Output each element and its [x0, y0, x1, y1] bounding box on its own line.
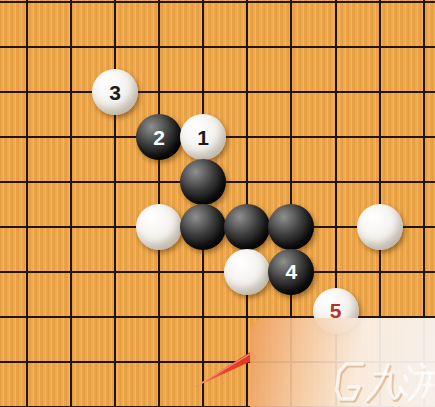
move-number-label: 4 [286, 261, 298, 282]
stone-white-move-1: 1 [180, 114, 226, 160]
move-number-label: 3 [109, 82, 121, 103]
watermark [331, 359, 435, 405]
stone-black-move-4: 4 [268, 249, 314, 295]
grid-line-horizontal [0, 271, 435, 273]
grid-line-vertical [114, 0, 116, 407]
grid-line-horizontal [0, 91, 435, 93]
stone-black [180, 159, 226, 205]
move-number-label: 1 [197, 127, 209, 148]
grid-line-vertical [70, 0, 72, 407]
stone-black-move-2: 2 [136, 114, 182, 160]
stone-black [180, 204, 226, 250]
stone-black [224, 204, 270, 250]
move-number-label: 2 [153, 127, 165, 148]
stone-white [357, 204, 403, 250]
stone-white [224, 249, 270, 295]
stone-black [268, 204, 314, 250]
grid-line-horizontal [0, 46, 435, 48]
board-screenshot: 32145 [0, 0, 435, 407]
grid-line-horizontal [0, 1, 435, 3]
grid-line-vertical [26, 0, 28, 407]
stone-white [136, 204, 182, 250]
stone-white-move-3: 3 [92, 69, 138, 115]
